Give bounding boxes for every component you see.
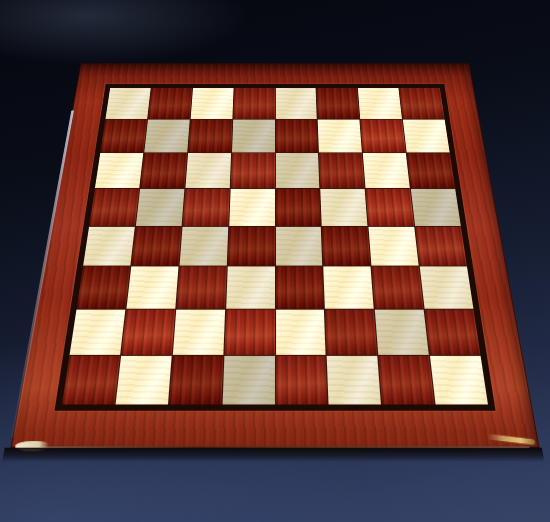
square-c6[interactable] (185, 153, 231, 188)
square-d1[interactable] (222, 356, 274, 404)
square-a3[interactable] (77, 267, 131, 309)
square-f4[interactable] (322, 226, 371, 265)
square-a2[interactable] (70, 310, 126, 355)
frame-corner-brass-bottom-right (487, 434, 535, 445)
square-g3[interactable] (372, 267, 424, 309)
board-frame (10, 63, 539, 447)
square-f5[interactable] (321, 189, 368, 226)
square-h7[interactable] (403, 119, 450, 152)
square-f3[interactable] (324, 267, 374, 309)
square-d2[interactable] (224, 310, 274, 355)
square-e1[interactable] (276, 356, 328, 404)
square-f1[interactable] (327, 356, 381, 404)
square-b2[interactable] (121, 310, 175, 355)
square-e7[interactable] (275, 119, 318, 152)
square-a1[interactable] (62, 356, 120, 404)
square-a6[interactable] (95, 153, 143, 188)
square-e6[interactable] (275, 153, 319, 188)
square-b4[interactable] (131, 226, 181, 265)
square-g5[interactable] (366, 189, 414, 226)
square-h2[interactable] (425, 310, 481, 355)
square-h3[interactable] (420, 267, 474, 309)
ebony-border (54, 84, 495, 411)
square-c1[interactable] (169, 356, 223, 404)
square-g7[interactable] (360, 119, 405, 152)
square-a5[interactable] (89, 189, 139, 226)
chessboard (51, 0, 499, 474)
square-d8[interactable] (233, 88, 275, 119)
square-c5[interactable] (182, 189, 229, 226)
square-h5[interactable] (411, 189, 461, 226)
square-h4[interactable] (415, 226, 467, 265)
square-b5[interactable] (136, 189, 184, 226)
square-e2[interactable] (276, 310, 326, 355)
square-e3[interactable] (275, 267, 324, 309)
square-c8[interactable] (190, 88, 233, 119)
square-d6[interactable] (230, 153, 274, 188)
photo-background (0, 0, 550, 522)
square-h1[interactable] (430, 356, 488, 404)
board-squares (62, 88, 488, 405)
square-a8[interactable] (105, 88, 150, 119)
square-b8[interactable] (148, 88, 192, 119)
square-c4[interactable] (179, 226, 228, 265)
square-c2[interactable] (173, 310, 225, 355)
square-h8[interactable] (399, 88, 444, 119)
square-g8[interactable] (358, 88, 402, 119)
square-a7[interactable] (100, 119, 147, 152)
square-c3[interactable] (176, 267, 226, 309)
square-d7[interactable] (232, 119, 275, 152)
square-g6[interactable] (363, 153, 410, 188)
square-d3[interactable] (226, 267, 275, 309)
square-c7[interactable] (188, 119, 232, 152)
square-e8[interactable] (275, 88, 317, 119)
square-a4[interactable] (83, 226, 135, 265)
square-f8[interactable] (317, 88, 360, 119)
square-h6[interactable] (407, 153, 455, 188)
square-g1[interactable] (379, 356, 435, 404)
square-d4[interactable] (227, 226, 274, 265)
square-b1[interactable] (115, 356, 171, 404)
square-b3[interactable] (126, 267, 178, 309)
square-f2[interactable] (325, 310, 377, 355)
square-f6[interactable] (319, 153, 365, 188)
board-underside-shadow (2, 448, 544, 463)
square-e5[interactable] (275, 189, 321, 226)
square-e4[interactable] (275, 226, 322, 265)
square-g4[interactable] (369, 226, 419, 265)
square-b6[interactable] (140, 153, 187, 188)
square-d5[interactable] (229, 189, 275, 226)
square-g2[interactable] (375, 310, 429, 355)
square-f7[interactable] (318, 119, 362, 152)
square-b7[interactable] (144, 119, 189, 152)
